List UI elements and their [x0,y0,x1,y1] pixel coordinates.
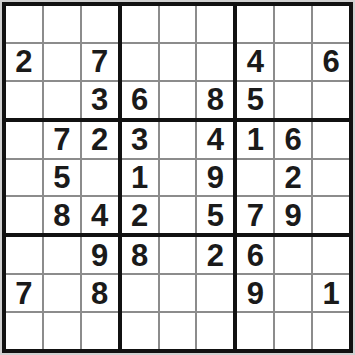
given-digit: 1 [247,124,264,155]
sudoku-board: 27368465725843419251627997882691 [2,2,353,353]
cell-r9c5[interactable] [160,313,196,349]
given-digit: 9 [247,278,264,309]
cell-r1c7[interactable] [237,6,273,42]
given-digit: 5 [207,200,224,231]
given-digit: 6 [131,84,148,115]
given-digit: 3 [91,84,108,115]
cell-r1c4[interactable] [122,6,158,42]
cell-r7c2[interactable] [44,237,80,273]
cell-r6c1[interactable] [6,197,42,233]
given-digit: 7 [53,124,70,155]
cell-r7c6[interactable]: 2 [197,237,233,273]
given-digit: 2 [15,46,32,77]
given-digit: 2 [91,124,108,155]
cell-r7c5[interactable] [160,237,196,273]
given-digit: 6 [247,240,264,271]
cell-r9c3[interactable] [82,313,118,349]
cell-r9c6[interactable] [197,313,233,349]
cell-r7c3[interactable]: 9 [82,237,118,273]
cell-r1c9[interactable] [313,6,349,42]
cell-r9c1[interactable] [6,313,42,349]
cell-r5c9[interactable] [313,160,349,196]
cell-r8c4[interactable] [122,275,158,311]
given-digit: 2 [207,240,224,271]
box-2-2: 341925 [122,122,234,234]
given-digit: 6 [285,124,302,155]
page-background: 27368465725843419251627997882691 [0,0,355,355]
box-1-1: 273 [6,6,118,118]
cell-r9c2[interactable] [44,313,80,349]
cell-r4c2[interactable]: 7 [44,122,80,158]
cell-r2c4[interactable] [122,44,158,80]
cell-r4c1[interactable] [6,122,42,158]
cell-r5c6[interactable]: 9 [197,160,233,196]
given-digit: 5 [247,84,264,115]
cell-r3c5[interactable] [160,82,196,118]
box-3-3: 691 [237,237,349,349]
cell-r1c3[interactable] [82,6,118,42]
cell-r8c3[interactable]: 8 [82,275,118,311]
cell-r7c1[interactable] [6,237,42,273]
given-digit: 8 [207,84,224,115]
cell-r3c1[interactable] [6,82,42,118]
cell-r5c2[interactable]: 5 [44,160,80,196]
cell-r4c7[interactable]: 1 [237,122,273,158]
cell-r6c5[interactable] [160,197,196,233]
cell-r4c9[interactable] [313,122,349,158]
given-digit: 7 [247,200,264,231]
cell-r9c4[interactable] [122,313,158,349]
cell-r8c8[interactable] [275,275,311,311]
cell-r2c9[interactable]: 6 [313,44,349,80]
given-digit: 9 [285,200,302,231]
cell-r8c7[interactable]: 9 [237,275,273,311]
given-digit: 1 [322,278,339,309]
cell-r7c4[interactable]: 8 [122,237,158,273]
cell-r4c4[interactable]: 3 [122,122,158,158]
cell-r5c5[interactable] [160,160,196,196]
cell-r3c8[interactable] [275,82,311,118]
cell-r6c4[interactable]: 2 [122,197,158,233]
cell-r5c4[interactable]: 1 [122,160,158,196]
cell-r6c2[interactable]: 8 [44,197,80,233]
given-digit: 4 [247,46,264,77]
given-digit: 4 [91,200,108,231]
box-2-3: 16279 [237,122,349,234]
given-digit: 2 [285,162,302,193]
box-3-1: 978 [6,237,118,349]
cell-r5c3[interactable] [82,160,118,196]
box-3-2: 82 [122,237,234,349]
given-digit: 7 [15,278,32,309]
cell-r4c6[interactable]: 4 [197,122,233,158]
cell-r3c4[interactable]: 6 [122,82,158,118]
cell-r2c3[interactable]: 7 [82,44,118,80]
cell-r5c8[interactable]: 2 [275,160,311,196]
cell-r2c5[interactable] [160,44,196,80]
cell-r1c8[interactable] [275,6,311,42]
given-digit: 8 [53,200,70,231]
cell-r8c2[interactable] [44,275,80,311]
cell-r9c9[interactable] [313,313,349,349]
cell-r1c1[interactable] [6,6,42,42]
given-digit: 1 [131,162,148,193]
given-digit: 8 [91,278,108,309]
given-digit: 9 [91,240,108,271]
given-digit: 9 [207,162,224,193]
cell-r4c8[interactable]: 6 [275,122,311,158]
cell-r8c6[interactable] [197,275,233,311]
cell-r9c7[interactable] [237,313,273,349]
cell-r2c8[interactable] [275,44,311,80]
given-digit: 8 [131,240,148,271]
cell-r2c7[interactable]: 4 [237,44,273,80]
given-digit: 5 [53,162,70,193]
cell-r3c6[interactable]: 8 [197,82,233,118]
given-digit: 2 [131,200,148,231]
cell-r2c6[interactable] [197,44,233,80]
box-1-2: 68 [122,6,234,118]
cell-r3c9[interactable] [313,82,349,118]
cell-r6c3[interactable]: 4 [82,197,118,233]
box-2-1: 72584 [6,122,118,234]
cell-r2c2[interactable] [44,44,80,80]
cell-r8c5[interactable] [160,275,196,311]
cell-r5c7[interactable] [237,160,273,196]
cell-r7c9[interactable] [313,237,349,273]
cell-r2c1[interactable]: 2 [6,44,42,80]
cell-r1c6[interactable] [197,6,233,42]
cell-r3c2[interactable] [44,82,80,118]
given-digit: 6 [322,46,339,77]
cell-r8c9[interactable]: 1 [313,275,349,311]
cell-r8c1[interactable]: 7 [6,275,42,311]
given-digit: 3 [131,124,148,155]
box-1-3: 465 [237,6,349,118]
cell-r3c7[interactable]: 5 [237,82,273,118]
cell-r7c8[interactable] [275,237,311,273]
cell-r6c9[interactable] [313,197,349,233]
cell-r4c5[interactable] [160,122,196,158]
cell-r4c3[interactable]: 2 [82,122,118,158]
cell-r1c5[interactable] [160,6,196,42]
given-digit: 4 [207,124,224,155]
cell-r1c2[interactable] [44,6,80,42]
cell-r6c6[interactable]: 5 [197,197,233,233]
cell-r5c1[interactable] [6,160,42,196]
cell-r6c8[interactable]: 9 [275,197,311,233]
cell-r3c3[interactable]: 3 [82,82,118,118]
given-digit: 7 [91,46,108,77]
cell-r6c7[interactable]: 7 [237,197,273,233]
cell-r9c8[interactable] [275,313,311,349]
cell-r7c7[interactable]: 6 [237,237,273,273]
